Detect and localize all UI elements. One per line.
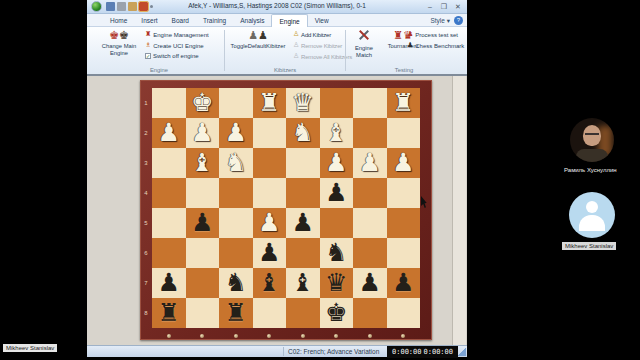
tab-home[interactable]: Home bbox=[103, 14, 134, 27]
square-d5[interactable]: ♟ bbox=[286, 208, 320, 238]
square-f4[interactable] bbox=[219, 178, 253, 208]
square-g4[interactable] bbox=[186, 178, 220, 208]
black-pawn[interactable]: ♟ bbox=[286, 208, 320, 237]
square-a5[interactable] bbox=[387, 208, 421, 238]
black-bishop[interactable]: ♝ bbox=[253, 268, 287, 297]
square-g7[interactable] bbox=[186, 268, 220, 298]
create-uci-engine-button[interactable]: ♗ Create UCI Engine bbox=[145, 42, 204, 49]
square-f1[interactable] bbox=[219, 88, 253, 118]
chess-board: 12345678 ♚♜♛♜♟♟♟♞♝♝♞♟♟♟♟♟♟♟♟♞♟♞♝♝♛♟♟♜♜♚ bbox=[140, 80, 432, 340]
square-g6[interactable] bbox=[186, 238, 220, 268]
square-e3[interactable] bbox=[253, 148, 287, 178]
square-a4[interactable] bbox=[387, 178, 421, 208]
white-queen[interactable]: ♛ bbox=[286, 88, 320, 117]
frame-stud bbox=[152, 334, 186, 338]
square-d3[interactable] bbox=[286, 148, 320, 178]
square-f5[interactable] bbox=[219, 208, 253, 238]
square-b4[interactable] bbox=[353, 178, 387, 208]
help-icon[interactable]: ? bbox=[454, 16, 463, 25]
checkbox-icon: ✓ bbox=[145, 53, 151, 59]
white-pawn[interactable]: ♟ bbox=[152, 118, 186, 147]
ribbon: ♚♚ Change Main Engine ♜ Engine Managemen… bbox=[87, 27, 467, 76]
tab-training[interactable]: Training bbox=[196, 14, 233, 27]
square-h1[interactable] bbox=[152, 88, 186, 118]
white-rook[interactable]: ♜ bbox=[253, 88, 287, 117]
ribbon-group-kibitzers: ♟♟ ToggleDefaultKibitzer ♙ Add Kibitzer … bbox=[226, 27, 344, 74]
clock-panel: 0:00:00 0:00:00 bbox=[387, 346, 458, 358]
square-a8[interactable] bbox=[387, 298, 421, 328]
status-divider bbox=[283, 347, 284, 356]
tab-board[interactable]: Board bbox=[165, 14, 196, 27]
black-pawn[interactable]: ♟ bbox=[152, 268, 186, 297]
remote-participant-name: Рамиль Хуснуллин bbox=[564, 167, 617, 173]
rank-label-4: 4 bbox=[140, 178, 152, 208]
group-divider bbox=[224, 30, 225, 71]
add-kibitzer-button[interactable]: ♙ Add Kibitzer bbox=[293, 31, 331, 38]
opening-name: C02: French; Advance Variation bbox=[288, 348, 379, 355]
ribbon-group-engine: ♚♚ Change Main Engine ♜ Engine Managemen… bbox=[95, 27, 223, 74]
group-label-testing: Testing bbox=[347, 67, 461, 73]
white-bishop[interactable]: ♝ bbox=[320, 118, 354, 147]
square-d2[interactable]: ♞ bbox=[286, 118, 320, 148]
remove-kibitzer-button[interactable]: ♙ Remove Kibitzer bbox=[293, 42, 342, 49]
square-c6[interactable]: ♞ bbox=[320, 238, 354, 268]
square-d6[interactable] bbox=[286, 238, 320, 268]
square-b7[interactable]: ♟ bbox=[353, 268, 387, 298]
tab-engine[interactable]: Engine bbox=[271, 14, 307, 27]
tab-view[interactable]: View bbox=[308, 14, 336, 27]
square-a3[interactable]: ♟ bbox=[387, 148, 421, 178]
style-menu[interactable]: Style ▾ bbox=[430, 17, 450, 25]
ribbon-tabs: Home Insert Board Training Analysis Engi… bbox=[103, 14, 336, 27]
engine-match-icon bbox=[347, 29, 381, 45]
square-e2[interactable] bbox=[253, 118, 287, 148]
status-bar: C02: French; Advance Variation 0:00:00 0… bbox=[87, 345, 467, 357]
black-rook[interactable]: ♜ bbox=[219, 298, 253, 327]
window-controls: – ❒ ✕ bbox=[423, 1, 465, 12]
add-kibitzer-icon: ♙ bbox=[293, 31, 299, 38]
switch-off-engine-checkbox[interactable]: ✓ Switch off engine bbox=[145, 53, 199, 59]
person-silhouette-icon bbox=[586, 201, 598, 213]
white-king[interactable]: ♚ bbox=[186, 88, 220, 117]
square-a7[interactable]: ♟ bbox=[387, 268, 421, 298]
local-participant-name: Mikheev Stanislav bbox=[562, 242, 616, 250]
rank-label-8: 8 bbox=[140, 298, 152, 328]
square-f2[interactable]: ♟ bbox=[219, 118, 253, 148]
square-h6[interactable] bbox=[152, 238, 186, 268]
square-a2[interactable] bbox=[387, 118, 421, 148]
frame-stud bbox=[353, 334, 387, 338]
black-bishop[interactable]: ♝ bbox=[286, 268, 320, 297]
square-h4[interactable] bbox=[152, 178, 186, 208]
square-g3[interactable]: ♝ bbox=[186, 148, 220, 178]
frame-stud bbox=[320, 334, 354, 338]
black-knight[interactable]: ♞ bbox=[320, 238, 354, 267]
chessbase-window: Afek,Y - Williams,S, Hastings 2008 C02 (… bbox=[87, 0, 467, 357]
video-panel: Рамиль Хуснуллин Mikheev Stanislav bbox=[467, 0, 640, 360]
process-test-set-icon: ♟ bbox=[407, 31, 413, 38]
rank-labels: 12345678 bbox=[140, 88, 152, 328]
change-engine-icon: ♚♚ bbox=[97, 29, 141, 43]
black-pawn[interactable]: ♟ bbox=[253, 238, 287, 267]
square-h5[interactable] bbox=[152, 208, 186, 238]
minimize-button[interactable]: – bbox=[423, 1, 437, 12]
square-f3[interactable]: ♞ bbox=[219, 148, 253, 178]
square-b3[interactable]: ♟ bbox=[353, 148, 387, 178]
square-f6[interactable] bbox=[219, 238, 253, 268]
black-rook[interactable]: ♜ bbox=[152, 298, 186, 327]
black-pawn[interactable]: ♟ bbox=[186, 208, 220, 237]
square-h7[interactable]: ♟ bbox=[152, 268, 186, 298]
local-video-tile[interactable]: Mikheev Stanislav bbox=[556, 185, 640, 273]
black-pawn[interactable]: ♟ bbox=[320, 178, 354, 207]
avatar-placeholder bbox=[569, 192, 615, 238]
resize-grip[interactable] bbox=[458, 348, 466, 356]
frame-stud bbox=[286, 334, 320, 338]
square-f7[interactable]: ♞ bbox=[219, 268, 253, 298]
square-d7[interactable]: ♝ bbox=[286, 268, 320, 298]
square-b1[interactable] bbox=[353, 88, 387, 118]
square-e5[interactable]: ♟ bbox=[253, 208, 287, 238]
group-divider bbox=[345, 30, 346, 71]
chess-benchmark-icon: ♟ bbox=[407, 42, 413, 49]
black-queen[interactable]: ♛ bbox=[320, 268, 354, 297]
rank-label-7: 7 bbox=[140, 268, 152, 298]
group-label-kibitzers: Kibitzers bbox=[226, 67, 344, 73]
rank-label-3: 3 bbox=[140, 148, 152, 178]
square-h8[interactable]: ♜ bbox=[152, 298, 186, 328]
toggle-default-kibitzer-button[interactable]: ♟♟ ToggleDefaultKibitzer bbox=[226, 29, 290, 50]
square-e8[interactable] bbox=[253, 298, 287, 328]
square-g8[interactable] bbox=[186, 298, 220, 328]
rank-label-5: 5 bbox=[140, 208, 152, 238]
ribbon-group-testing: Engine Match ♜♛ Tournament ♟ Process tes… bbox=[347, 27, 461, 74]
frame-stud bbox=[219, 334, 253, 338]
square-c7[interactable]: ♛ bbox=[320, 268, 354, 298]
black-pawn[interactable]: ♟ bbox=[353, 268, 387, 297]
board-squares: ♚♜♛♜♟♟♟♞♝♝♞♟♟♟♟♟♟♟♟♞♟♞♝♝♛♟♟♜♜♚ bbox=[152, 88, 420, 328]
screen: Mikheev Stanislav Afek,Y - Williams,S, H… bbox=[0, 0, 640, 360]
white-pawn[interactable]: ♟ bbox=[387, 148, 421, 177]
square-a6[interactable] bbox=[387, 238, 421, 268]
rank-label-6: 6 bbox=[140, 238, 152, 268]
create-uci-engine-icon: ♗ bbox=[145, 42, 151, 49]
maximize-button[interactable]: ❒ bbox=[437, 1, 451, 12]
white-pawn[interactable]: ♟ bbox=[219, 118, 253, 147]
remote-video-feed bbox=[570, 118, 614, 162]
ribbon-tab-row: Home Insert Board Training Analysis Engi… bbox=[87, 14, 467, 27]
frame-stud bbox=[387, 334, 421, 338]
square-f8[interactable]: ♜ bbox=[219, 298, 253, 328]
square-b5[interactable] bbox=[353, 208, 387, 238]
square-g5[interactable]: ♟ bbox=[186, 208, 220, 238]
square-b6[interactable] bbox=[353, 238, 387, 268]
white-pawn[interactable]: ♟ bbox=[186, 118, 220, 147]
white-knight[interactable]: ♞ bbox=[286, 118, 320, 147]
black-pawn[interactable]: ♟ bbox=[387, 268, 421, 297]
remote-video-tile[interactable]: Рамиль Хуснуллин bbox=[556, 86, 640, 178]
rank-label-2: 2 bbox=[140, 118, 152, 148]
remove-kibitzer-icon: ♙ bbox=[293, 42, 299, 49]
square-e6[interactable]: ♟ bbox=[253, 238, 287, 268]
remove-all-kibitzers-icon: ♙ bbox=[293, 53, 299, 60]
square-b8[interactable] bbox=[353, 298, 387, 328]
square-c2[interactable]: ♝ bbox=[320, 118, 354, 148]
window-title: Afek,Y - Williams,S, Hastings 2008 C02 (… bbox=[87, 2, 467, 9]
black-king[interactable]: ♚ bbox=[320, 298, 354, 327]
square-e4[interactable] bbox=[253, 178, 287, 208]
rank-label-1: 1 bbox=[140, 88, 152, 118]
engine-management-button[interactable]: ♜ Engine Management bbox=[145, 31, 209, 38]
chess-benchmark-button[interactable]: ♟ Chess Benchmark bbox=[407, 42, 464, 49]
board-pane: 12345678 ♚♜♛♜♟♟♟♞♝♝♞♟♟♟♟♟♟♟♟♞♟♞♝♝♛♟♟♜♜♚ bbox=[87, 76, 467, 345]
black-knight[interactable]: ♞ bbox=[219, 268, 253, 297]
frame-studs bbox=[152, 334, 420, 338]
square-b2[interactable] bbox=[353, 118, 387, 148]
square-d1[interactable]: ♛ bbox=[286, 88, 320, 118]
white-rook[interactable]: ♜ bbox=[387, 88, 421, 117]
glasses bbox=[585, 133, 599, 135]
square-g2[interactable]: ♟ bbox=[186, 118, 220, 148]
change-main-engine-button[interactable]: ♚♚ Change Main Engine bbox=[97, 29, 141, 56]
black-clock: 0:00:00 bbox=[423, 348, 453, 356]
white-pawn[interactable]: ♟ bbox=[253, 208, 287, 237]
square-c8[interactable]: ♚ bbox=[320, 298, 354, 328]
shoulders bbox=[576, 149, 608, 162]
close-button[interactable]: ✕ bbox=[451, 1, 465, 12]
square-h2[interactable]: ♟ bbox=[152, 118, 186, 148]
square-c3[interactable]: ♟ bbox=[320, 148, 354, 178]
pane-scrollbar[interactable] bbox=[452, 76, 466, 345]
square-a1[interactable]: ♜ bbox=[387, 88, 421, 118]
frame-stud bbox=[186, 334, 220, 338]
square-e1[interactable]: ♜ bbox=[253, 88, 287, 118]
square-h3[interactable] bbox=[152, 148, 186, 178]
person-silhouette-body bbox=[579, 215, 605, 231]
engine-management-icon: ♜ bbox=[145, 31, 151, 38]
tab-insert[interactable]: Insert bbox=[134, 14, 164, 27]
face bbox=[583, 125, 601, 146]
square-c4[interactable]: ♟ bbox=[320, 178, 354, 208]
process-test-set-button[interactable]: ♟ Process test set bbox=[407, 31, 458, 38]
group-label-engine: Engine bbox=[95, 67, 223, 73]
engine-match-button[interactable]: Engine Match bbox=[347, 29, 381, 58]
square-c5[interactable] bbox=[320, 208, 354, 238]
white-pawn[interactable]: ♟ bbox=[353, 148, 387, 177]
square-d8[interactable] bbox=[286, 298, 320, 328]
white-bishop[interactable]: ♝ bbox=[186, 148, 220, 177]
square-c1[interactable] bbox=[320, 88, 354, 118]
white-clock: 0:00:00 bbox=[392, 348, 422, 356]
corner-participant-label: Mikheev Stanislav bbox=[3, 344, 57, 352]
white-pawn[interactable]: ♟ bbox=[320, 148, 354, 177]
square-e7[interactable]: ♝ bbox=[253, 268, 287, 298]
white-knight[interactable]: ♞ bbox=[219, 148, 253, 177]
tab-analysis[interactable]: Analysis bbox=[233, 14, 271, 27]
frame-stud bbox=[253, 334, 287, 338]
remove-all-kibitzers-button[interactable]: ♙ Remove All Kibitzers bbox=[293, 53, 352, 60]
square-d4[interactable] bbox=[286, 178, 320, 208]
title-bar[interactable]: Afek,Y - Williams,S, Hastings 2008 C02 (… bbox=[87, 0, 467, 14]
square-g1[interactable]: ♚ bbox=[186, 88, 220, 118]
kibitzer-icon: ♟♟ bbox=[226, 29, 290, 43]
